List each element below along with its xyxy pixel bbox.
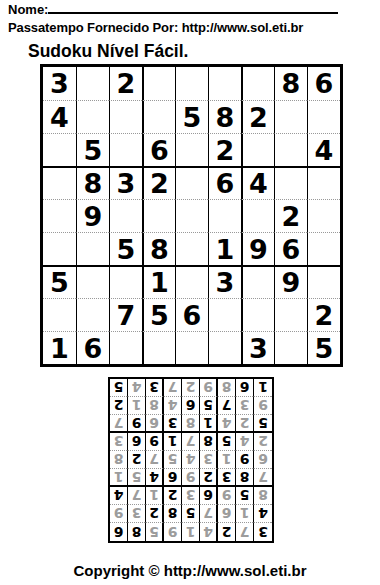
puzzle-cell[interactable] <box>274 298 307 331</box>
solution-cell: 9 <box>146 433 164 451</box>
puzzle-cell[interactable] <box>43 232 76 265</box>
solution-cell: 9 <box>200 379 218 397</box>
puzzle-cell[interactable] <box>109 265 142 298</box>
puzzle-cell[interactable] <box>208 67 241 100</box>
puzzle-cell[interactable] <box>175 331 208 364</box>
solution-cell: 1 <box>182 523 200 541</box>
puzzle-cell[interactable] <box>76 298 109 331</box>
solution-cell: 7 <box>110 415 128 433</box>
puzzle-cell[interactable] <box>208 298 241 331</box>
puzzle-cell[interactable] <box>109 100 142 133</box>
solution-cell: 5 <box>164 451 182 469</box>
solution-cell: 4 <box>128 379 146 397</box>
solution-cell: 6 <box>254 451 272 469</box>
solution-cell: 5 <box>254 415 272 433</box>
solution-cell: 7 <box>236 523 254 541</box>
solution-cell: 3 <box>182 487 200 505</box>
solution-cell: 7 <box>218 397 236 415</box>
puzzle-cell[interactable] <box>43 166 76 199</box>
puzzle-cell[interactable]: 2 <box>307 298 340 331</box>
puzzle-cell[interactable]: 3 <box>208 265 241 298</box>
solution-cell: 8 <box>236 469 254 487</box>
puzzle-cell[interactable]: 8 <box>274 67 307 100</box>
solution-cell: 6 <box>200 487 218 505</box>
puzzle-cell[interactable] <box>175 67 208 100</box>
puzzle-cell[interactable]: 6 <box>208 166 241 199</box>
puzzle-cell[interactable] <box>241 67 274 100</box>
puzzle-cell[interactable] <box>241 298 274 331</box>
puzzle-cell[interactable] <box>109 133 142 166</box>
puzzle-cell[interactable]: 2 <box>142 166 175 199</box>
puzzle-cell[interactable]: 5 <box>109 232 142 265</box>
puzzle-cell[interactable]: 6 <box>274 232 307 265</box>
puzzle-cell[interactable] <box>307 232 340 265</box>
solution-cell: 9 <box>110 505 128 523</box>
solution-cell: 9 <box>164 523 182 541</box>
solution-cell: 3 <box>254 523 272 541</box>
page-title: Sudoku Nível Fácil. <box>28 41 188 62</box>
solution-cell: 6 <box>236 379 254 397</box>
solution-cell: 3 <box>128 505 146 523</box>
solution-cell: 9 <box>182 469 200 487</box>
puzzle-cell[interactable]: 6 <box>142 133 175 166</box>
puzzle-cell[interactable] <box>43 298 76 331</box>
solution-cell: 6 <box>182 397 200 415</box>
puzzle-cell[interactable] <box>43 199 76 232</box>
sudoku-solution-grid: 3724195864167582398596321747832964516913… <box>108 377 274 543</box>
solution-cell: 6 <box>110 523 128 541</box>
solution-cell: 3 <box>200 451 218 469</box>
puzzle-cell[interactable] <box>76 232 109 265</box>
puzzle-cell[interactable]: 6 <box>175 298 208 331</box>
solution-cell: 3 <box>218 469 236 487</box>
puzzle-cell[interactable]: 1 <box>142 265 175 298</box>
puzzle-cell[interactable] <box>274 331 307 364</box>
puzzle-cell[interactable] <box>307 166 340 199</box>
solution-cell: 2 <box>254 433 272 451</box>
puzzle-cell[interactable] <box>241 199 274 232</box>
solution-cell: 1 <box>110 469 128 487</box>
puzzle-cell[interactable]: 4 <box>307 133 340 166</box>
solution-cell: 9 <box>254 397 272 415</box>
puzzle-cell[interactable] <box>142 100 175 133</box>
solution-cell: 4 <box>236 433 254 451</box>
solution-cell: 3 <box>146 379 164 397</box>
solution-cell: 4 <box>182 451 200 469</box>
solution-cell: 4 <box>218 415 236 433</box>
puzzle-cell[interactable]: 5 <box>307 331 340 364</box>
solution-cell: 7 <box>200 505 218 523</box>
sudoku-puzzle-grid: 328645825624832649258196513975621635 <box>40 64 343 367</box>
puzzle-cell[interactable] <box>175 166 208 199</box>
solution-cell: 2 <box>146 505 164 523</box>
solution-cell: 7 <box>128 487 146 505</box>
name-blank-line <box>48 1 338 14</box>
solution-cell: 5 <box>146 523 164 541</box>
solution-cell: 8 <box>128 523 146 541</box>
puzzle-cell[interactable]: 1 <box>43 331 76 364</box>
solution-cell: 4 <box>146 469 164 487</box>
puzzle-cell[interactable] <box>142 331 175 364</box>
puzzle-cell[interactable]: 4 <box>43 100 76 133</box>
solution-cell: 2 <box>128 451 146 469</box>
solution-cell: 2 <box>218 523 236 541</box>
solution-cell: 1 <box>128 397 146 415</box>
solution-cell: 2 <box>200 469 218 487</box>
solution-cell: 7 <box>254 469 272 487</box>
puzzle-cell[interactable]: 1 <box>208 232 241 265</box>
solution-cell: 8 <box>182 415 200 433</box>
puzzle-cell[interactable] <box>76 67 109 100</box>
solution-cell: 6 <box>128 433 146 451</box>
puzzle-cell[interactable]: 9 <box>274 265 307 298</box>
puzzle-cell[interactable] <box>307 265 340 298</box>
solution-cell: 7 <box>146 451 164 469</box>
puzzle-cell[interactable]: 3 <box>241 331 274 364</box>
puzzle-cell[interactable]: 5 <box>43 265 76 298</box>
solution-cell: 7 <box>164 379 182 397</box>
solution-cell: 4 <box>164 397 182 415</box>
puzzle-cell[interactable] <box>208 199 241 232</box>
solution-cell: 2 <box>164 487 182 505</box>
solution-cell: 1 <box>236 505 254 523</box>
puzzle-cell[interactable] <box>241 265 274 298</box>
puzzle-cell[interactable]: 8 <box>142 232 175 265</box>
solution-cell: 1 <box>146 487 164 505</box>
solution-cell: 4 <box>254 505 272 523</box>
solution-cell: 6 <box>164 469 182 487</box>
puzzle-cell[interactable] <box>274 166 307 199</box>
puzzle-cell[interactable]: 3 <box>109 166 142 199</box>
puzzle-cell[interactable] <box>175 199 208 232</box>
solution-cell: 6 <box>218 505 236 523</box>
solution-cell: 3 <box>236 397 254 415</box>
solution-cell: 3 <box>110 433 128 451</box>
name-label: Nome: <box>8 2 48 17</box>
puzzle-cell[interactable] <box>142 199 175 232</box>
puzzle-cell[interactable] <box>307 100 340 133</box>
solution-cell: 7 <box>182 433 200 451</box>
solution-cell: 2 <box>110 397 128 415</box>
puzzle-cell[interactable] <box>109 331 142 364</box>
puzzle-cell[interactable] <box>307 199 340 232</box>
solution-cell: 9 <box>128 415 146 433</box>
provider-line: Passatempo Fornecido Por: http://www.sol… <box>8 20 303 35</box>
puzzle-cell[interactable]: 6 <box>307 67 340 100</box>
solution-cell: 5 <box>128 469 146 487</box>
solution-cell: 9 <box>218 487 236 505</box>
puzzle-cell[interactable] <box>109 199 142 232</box>
solution-cell: 2 <box>182 379 200 397</box>
solution-cell: 5 <box>236 487 254 505</box>
puzzle-cell[interactable] <box>76 265 109 298</box>
solution-cell: 3 <box>164 415 182 433</box>
puzzle-cell[interactable]: 3 <box>43 67 76 100</box>
solution-cell: 5 <box>218 433 236 451</box>
puzzle-cell[interactable] <box>175 232 208 265</box>
solution-cell: 5 <box>110 379 128 397</box>
puzzle-cell[interactable]: 4 <box>241 166 274 199</box>
name-row: Nome: <box>8 1 338 17</box>
puzzle-cell[interactable]: 2 <box>241 100 274 133</box>
puzzle-cell[interactable]: 9 <box>76 199 109 232</box>
puzzle-cell[interactable]: 2 <box>208 133 241 166</box>
puzzle-cell[interactable] <box>274 100 307 133</box>
puzzle-cell[interactable] <box>208 331 241 364</box>
puzzle-cell[interactable] <box>241 133 274 166</box>
puzzle-cell[interactable] <box>274 133 307 166</box>
solution-cell: 8 <box>146 397 164 415</box>
solution-cell: 4 <box>110 487 128 505</box>
solution-cell: 9 <box>236 451 254 469</box>
solution-cell: 8 <box>110 451 128 469</box>
solution-cell: 1 <box>164 433 182 451</box>
solution-cell: 1 <box>218 451 236 469</box>
puzzle-cell[interactable] <box>142 67 175 100</box>
puzzle-cell[interactable]: 7 <box>109 298 142 331</box>
solution-cell: 4 <box>200 523 218 541</box>
puzzle-cell[interactable] <box>43 133 76 166</box>
puzzle-cell[interactable]: 5 <box>142 298 175 331</box>
solution-cell: 8 <box>254 487 272 505</box>
puzzle-cell[interactable]: 8 <box>76 166 109 199</box>
solution-cell: 1 <box>254 379 272 397</box>
solution-cell: 6 <box>146 415 164 433</box>
puzzle-cell[interactable]: 6 <box>76 331 109 364</box>
puzzle-cell[interactable]: 5 <box>76 133 109 166</box>
solution-cell: 1 <box>200 415 218 433</box>
puzzle-cell[interactable]: 8 <box>208 100 241 133</box>
solution-cell: 8 <box>200 433 218 451</box>
solution-cell: 5 <box>182 505 200 523</box>
copyright-text: Copyright © http://www.sol.eti.br <box>0 562 380 579</box>
puzzle-cell[interactable] <box>175 133 208 166</box>
puzzle-cell[interactable] <box>175 265 208 298</box>
solution-cell: 2 <box>236 415 254 433</box>
solution-cell: 8 <box>218 379 236 397</box>
puzzle-cell[interactable]: 5 <box>175 100 208 133</box>
solution-cell: 5 <box>200 397 218 415</box>
puzzle-cell[interactable]: 9 <box>241 232 274 265</box>
puzzle-cell[interactable]: 2 <box>109 67 142 100</box>
puzzle-cell[interactable] <box>76 100 109 133</box>
puzzle-cell[interactable]: 2 <box>274 199 307 232</box>
solution-cell: 8 <box>164 505 182 523</box>
worksheet-page: Nome: Passatempo Fornecido Por: http://w… <box>0 0 380 585</box>
